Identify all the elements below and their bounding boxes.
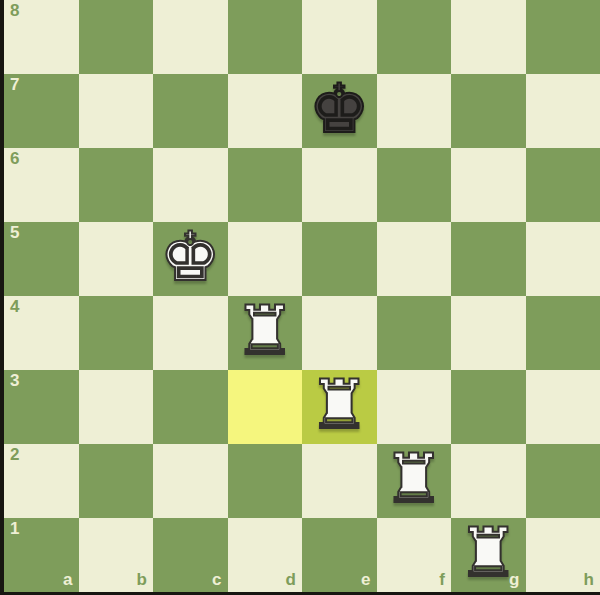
square-a2[interactable]: 2	[4, 444, 79, 518]
square-h6[interactable]	[526, 148, 600, 222]
square-e7[interactable]: ♚	[302, 74, 377, 148]
square-d3[interactable]	[228, 370, 303, 444]
square-c5[interactable]: ♚	[153, 222, 228, 296]
white-rook[interactable]: ♜	[458, 516, 519, 590]
square-e1[interactable]: e	[302, 518, 377, 592]
square-c7[interactable]	[153, 74, 228, 148]
square-e4[interactable]	[302, 296, 377, 370]
square-g8[interactable]	[451, 0, 526, 74]
square-e2[interactable]	[302, 444, 377, 518]
square-a7[interactable]: 7	[4, 74, 79, 148]
square-d4[interactable]: ♜	[228, 296, 303, 370]
square-h4[interactable]	[526, 296, 600, 370]
square-d7[interactable]	[228, 74, 303, 148]
square-g7[interactable]	[451, 74, 526, 148]
rank-label-8: 8	[10, 2, 19, 21]
file-label-e: e	[361, 571, 370, 590]
square-g3[interactable]	[451, 370, 526, 444]
file-label-d: d	[286, 571, 296, 590]
chess-board: 87♚65♚4♜3♜2♜1abcdefg♜h	[4, 0, 600, 592]
square-h2[interactable]	[526, 444, 600, 518]
square-h5[interactable]	[526, 222, 600, 296]
black-king[interactable]: ♚	[309, 72, 370, 146]
square-c1[interactable]: c	[153, 518, 228, 592]
square-f7[interactable]	[377, 74, 452, 148]
square-g5[interactable]	[451, 222, 526, 296]
file-label-b: b	[137, 571, 147, 590]
square-b4[interactable]	[79, 296, 154, 370]
square-f8[interactable]	[377, 0, 452, 74]
square-d6[interactable]	[228, 148, 303, 222]
file-label-h: h	[584, 571, 594, 590]
square-a3[interactable]: 3	[4, 370, 79, 444]
square-g1[interactable]: g♜	[451, 518, 526, 592]
square-b5[interactable]	[79, 222, 154, 296]
square-c2[interactable]	[153, 444, 228, 518]
file-label-a: a	[63, 571, 72, 590]
square-h3[interactable]	[526, 370, 600, 444]
white-king[interactable]: ♚	[160, 220, 221, 294]
square-f5[interactable]	[377, 222, 452, 296]
square-b2[interactable]	[79, 444, 154, 518]
square-f1[interactable]: f	[377, 518, 452, 592]
square-f3[interactable]	[377, 370, 452, 444]
square-e6[interactable]	[302, 148, 377, 222]
square-e8[interactable]	[302, 0, 377, 74]
square-a5[interactable]: 5	[4, 222, 79, 296]
square-c4[interactable]	[153, 296, 228, 370]
rank-label-4: 4	[10, 298, 19, 317]
square-a6[interactable]: 6	[4, 148, 79, 222]
rank-label-7: 7	[10, 76, 19, 95]
square-b7[interactable]	[79, 74, 154, 148]
square-h8[interactable]	[526, 0, 600, 74]
square-a1[interactable]: 1a	[4, 518, 79, 592]
white-rook[interactable]: ♜	[383, 442, 444, 516]
board-frame: 87♚65♚4♜3♜2♜1abcdefg♜h	[0, 0, 600, 595]
square-c8[interactable]	[153, 0, 228, 74]
square-d5[interactable]	[228, 222, 303, 296]
square-g4[interactable]	[451, 296, 526, 370]
square-d2[interactable]	[228, 444, 303, 518]
square-g2[interactable]	[451, 444, 526, 518]
white-rook[interactable]: ♜	[234, 294, 295, 368]
rank-label-6: 6	[10, 150, 19, 169]
rank-label-5: 5	[10, 224, 19, 243]
square-b6[interactable]	[79, 148, 154, 222]
square-h7[interactable]	[526, 74, 600, 148]
square-f6[interactable]	[377, 148, 452, 222]
rank-label-1: 1	[10, 520, 19, 539]
rank-label-2: 2	[10, 446, 19, 465]
square-a8[interactable]: 8	[4, 0, 79, 74]
square-c6[interactable]	[153, 148, 228, 222]
square-e3[interactable]: ♜	[302, 370, 377, 444]
square-b1[interactable]: b	[79, 518, 154, 592]
square-g6[interactable]	[451, 148, 526, 222]
rank-label-3: 3	[10, 372, 19, 391]
square-c3[interactable]	[153, 370, 228, 444]
square-e5[interactable]	[302, 222, 377, 296]
square-f4[interactable]	[377, 296, 452, 370]
square-a4[interactable]: 4	[4, 296, 79, 370]
file-label-f: f	[439, 571, 445, 590]
square-d1[interactable]: d	[228, 518, 303, 592]
file-label-c: c	[212, 571, 221, 590]
square-h1[interactable]: h	[526, 518, 600, 592]
white-rook[interactable]: ♜	[309, 368, 370, 442]
square-b8[interactable]	[79, 0, 154, 74]
square-f2[interactable]: ♜	[377, 444, 452, 518]
square-b3[interactable]	[79, 370, 154, 444]
square-d8[interactable]	[228, 0, 303, 74]
